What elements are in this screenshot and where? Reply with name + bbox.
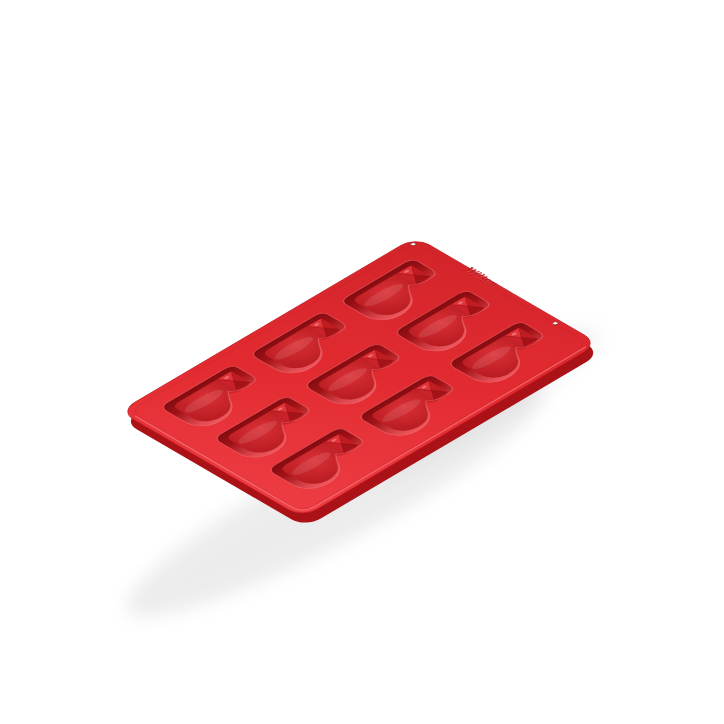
product-photo: Wilton Wilton [0,0,724,724]
product-photo-canvas: Wilton Wilton [0,0,724,724]
